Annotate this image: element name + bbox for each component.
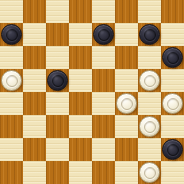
square-d1 <box>69 161 92 184</box>
black-man[interactable] <box>47 70 68 91</box>
square-g4 <box>138 92 161 115</box>
black-man[interactable] <box>162 139 183 160</box>
square-e3[interactable] <box>92 115 115 138</box>
square-b8[interactable] <box>23 0 46 23</box>
square-h7 <box>161 23 184 46</box>
white-man[interactable] <box>139 162 160 183</box>
square-f5 <box>115 69 138 92</box>
square-h6[interactable] <box>161 46 184 69</box>
square-f3 <box>115 115 138 138</box>
square-a6 <box>0 46 23 69</box>
square-e5[interactable] <box>92 69 115 92</box>
square-f4[interactable] <box>115 92 138 115</box>
black-man[interactable] <box>93 24 114 45</box>
square-g3[interactable] <box>138 115 161 138</box>
square-c5[interactable] <box>46 69 69 92</box>
square-c7[interactable] <box>46 23 69 46</box>
square-b2[interactable] <box>23 138 46 161</box>
square-a7[interactable] <box>0 23 23 46</box>
square-h2[interactable] <box>161 138 184 161</box>
square-b4[interactable] <box>23 92 46 115</box>
square-c8 <box>46 0 69 23</box>
black-man[interactable] <box>139 24 160 45</box>
square-e4 <box>92 92 115 115</box>
square-g5[interactable] <box>138 69 161 92</box>
square-g7[interactable] <box>138 23 161 46</box>
square-a3[interactable] <box>0 115 23 138</box>
white-man[interactable] <box>139 116 160 137</box>
square-f1 <box>115 161 138 184</box>
square-c3[interactable] <box>46 115 69 138</box>
square-h4[interactable] <box>161 92 184 115</box>
square-c1[interactable] <box>46 161 69 184</box>
square-e2 <box>92 138 115 161</box>
square-a8 <box>0 0 23 23</box>
square-h5 <box>161 69 184 92</box>
square-a2 <box>0 138 23 161</box>
square-d8[interactable] <box>69 0 92 23</box>
square-d3 <box>69 115 92 138</box>
square-d2[interactable] <box>69 138 92 161</box>
square-f8[interactable] <box>115 0 138 23</box>
square-g2 <box>138 138 161 161</box>
square-b6[interactable] <box>23 46 46 69</box>
square-d5 <box>69 69 92 92</box>
square-c6 <box>46 46 69 69</box>
square-b7 <box>23 23 46 46</box>
square-b5 <box>23 69 46 92</box>
square-d6[interactable] <box>69 46 92 69</box>
square-g1[interactable] <box>138 161 161 184</box>
square-h3 <box>161 115 184 138</box>
square-f6[interactable] <box>115 46 138 69</box>
square-c4 <box>46 92 69 115</box>
white-man[interactable] <box>162 93 183 114</box>
square-a4 <box>0 92 23 115</box>
square-e1[interactable] <box>92 161 115 184</box>
square-a1[interactable] <box>0 161 23 184</box>
square-d4[interactable] <box>69 92 92 115</box>
square-g8 <box>138 0 161 23</box>
black-man[interactable] <box>1 24 22 45</box>
black-man[interactable] <box>162 47 183 68</box>
square-e6 <box>92 46 115 69</box>
square-b1 <box>23 161 46 184</box>
white-man[interactable] <box>116 93 137 114</box>
square-f2[interactable] <box>115 138 138 161</box>
white-man[interactable] <box>1 70 22 91</box>
square-e8 <box>92 0 115 23</box>
square-h8[interactable] <box>161 0 184 23</box>
square-b3 <box>23 115 46 138</box>
square-h1 <box>161 161 184 184</box>
square-f7 <box>115 23 138 46</box>
checkers-board <box>0 0 184 184</box>
square-a5[interactable] <box>0 69 23 92</box>
square-e7[interactable] <box>92 23 115 46</box>
square-d7 <box>69 23 92 46</box>
square-g6 <box>138 46 161 69</box>
square-c2 <box>46 138 69 161</box>
white-man[interactable] <box>139 70 160 91</box>
